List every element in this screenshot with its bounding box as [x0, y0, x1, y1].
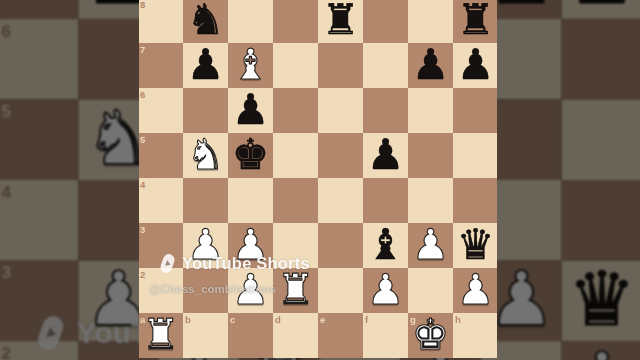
black-pawn-g7: ♟: [412, 42, 450, 87]
square-h4: [453, 178, 497, 223]
square-h8: ♜: [453, 0, 497, 43]
rank-label-5: 5: [140, 135, 145, 145]
white-knight-b5: ♞: [187, 132, 225, 177]
square-f1: f: [363, 313, 408, 358]
square-e4: [318, 178, 363, 223]
square-e1: e: [318, 313, 363, 358]
black-pawn-h7: ♟: [457, 42, 495, 87]
square-a7: 7: [139, 43, 183, 88]
square-a8: 8: [139, 0, 183, 43]
square-h2: ♟: [453, 268, 497, 313]
black-pawn-c6: ♟: [232, 87, 270, 132]
square-g2: [408, 268, 453, 313]
rank-label-4: 4: [140, 180, 145, 190]
square-b7: ♟: [183, 43, 228, 88]
black-bishop-f3: ♝: [367, 222, 405, 267]
square-b6: [183, 88, 228, 133]
square-h4: [562, 180, 640, 261]
video-board-frame: 8♞♜♜7♟♝♟♟6♟5♞♚♟43♟♟♝♟♛2♟♜♟♟a♜bcdefg♚h Yo…: [139, 0, 497, 358]
channel-handle: @Chess_combinations: [149, 283, 276, 295]
square-g7: ♟: [408, 43, 453, 88]
square-h7: ♟: [453, 43, 497, 88]
square-c4: [228, 178, 273, 223]
black-rook-h8: ♜: [457, 0, 495, 42]
square-e6: [318, 88, 363, 133]
square-e5: [318, 133, 363, 178]
square-a6: 6: [139, 88, 183, 133]
rank-label-3: 3: [140, 225, 145, 235]
rank-label-5: 5: [1, 103, 10, 120]
square-h5: [562, 99, 640, 180]
square-g1: g♚: [408, 313, 453, 358]
file-label-h: h: [455, 315, 461, 325]
square-f2: ♟: [363, 268, 408, 313]
rank-label-2: 2: [1, 345, 10, 360]
white-pawn-f2: ♟: [367, 267, 405, 312]
square-d1: d: [273, 313, 318, 358]
square-b1: b: [183, 313, 228, 358]
rank-label-7: 7: [140, 45, 145, 55]
file-label-b: b: [185, 315, 191, 325]
square-d4: [273, 178, 318, 223]
rank-label-8: 8: [140, 0, 145, 10]
square-c6: ♟: [228, 88, 273, 133]
black-queen-h3: ♛: [568, 259, 635, 340]
square-b8: ♞: [183, 0, 228, 43]
square-a4: 4: [0, 180, 78, 261]
square-g3: ♟: [408, 223, 453, 268]
square-g8: [408, 0, 453, 43]
square-h1: h: [453, 313, 497, 358]
square-f3: ♝: [363, 223, 408, 268]
youtube-shorts-icon: [157, 251, 178, 276]
square-h2: ♟: [562, 341, 640, 360]
square-f4: [363, 178, 408, 223]
square-a1: a♜: [139, 313, 183, 358]
video-player[interactable]: 8♞♜♜7♟♝♟♟6♟5♞♚♟43♟♟♝♟♛2♟♜♟♟a♜bcdefg♚h Yo…: [139, 0, 497, 360]
square-h6: [453, 88, 497, 133]
square-c8: [228, 0, 273, 43]
rank-label-6: 6: [140, 90, 145, 100]
black-pawn-b7: ♟: [187, 42, 225, 87]
square-b4: [183, 178, 228, 223]
file-label-f: f: [365, 315, 368, 325]
white-pawn-h2: ♟: [457, 267, 495, 312]
square-c5: ♚: [228, 133, 273, 178]
rank-label-3: 3: [1, 264, 10, 281]
square-a4: 4: [139, 178, 183, 223]
white-bishop-c7: ♝: [232, 42, 270, 87]
square-f8: [363, 0, 408, 43]
youtube-shorts-icon: [32, 311, 70, 356]
square-f5: ♟: [363, 133, 408, 178]
square-h5: [453, 133, 497, 178]
square-d8: [273, 0, 318, 43]
square-a6: 6: [0, 19, 78, 100]
file-label-c: c: [230, 315, 235, 325]
square-d5: [273, 133, 318, 178]
black-pawn-h7: ♟: [568, 0, 635, 17]
square-e3: [318, 223, 363, 268]
white-pawn-h2: ♟: [568, 339, 635, 360]
file-label-d: d: [275, 315, 281, 325]
black-king-c5: ♚: [232, 132, 270, 177]
square-a5: 5: [0, 99, 78, 180]
white-pawn-g3: ♟: [412, 222, 450, 267]
black-knight-b8: ♞: [187, 0, 225, 42]
chess-board: 8♞♜♜7♟♝♟♟6♟5♞♚♟43♟♟♝♟♛2♟♜♟♟a♜bcdefg♚h: [139, 0, 497, 358]
square-f6: [363, 88, 408, 133]
square-h6: [562, 19, 640, 100]
black-pawn-f5: ♟: [367, 132, 405, 177]
square-h3: ♛: [562, 261, 640, 342]
rank-label-6: 6: [1, 22, 10, 39]
square-e8: ♜: [318, 0, 363, 43]
white-pawn-g3: ♟: [488, 259, 555, 340]
square-h7: ♟: [562, 0, 640, 19]
white-king-g1: ♚: [412, 312, 450, 357]
square-g4: [408, 178, 453, 223]
square-a7: 7: [0, 0, 78, 19]
screenshot-canvas: 8♞♜♜7♟♝♟♟6♟5♞♚♟43♟♟♝♟♛2♟♜♟♟a♜bcdefg♚h Yo…: [0, 0, 640, 360]
black-rook-e8: ♜: [322, 0, 360, 42]
rank-label-2: 2: [140, 270, 145, 280]
square-g6: [408, 88, 453, 133]
white-rook-a1: ♜: [142, 312, 180, 357]
rank-label-4: 4: [1, 184, 10, 201]
youtube-shorts-watermark: YouTube Shorts: [157, 251, 310, 276]
square-e2: [318, 268, 363, 313]
square-f7: [363, 43, 408, 88]
square-c1: c: [228, 313, 273, 358]
black-pawn-g7: ♟: [488, 0, 555, 17]
square-c7: ♝: [228, 43, 273, 88]
file-label-e: e: [320, 315, 325, 325]
square-d6: [273, 88, 318, 133]
shorts-watermark-label: YouTube Shorts: [182, 254, 310, 273]
square-a5: 5: [139, 133, 183, 178]
black-queen-h3: ♛: [457, 222, 495, 267]
square-d7: [273, 43, 318, 88]
square-b5: ♞: [183, 133, 228, 178]
square-g5: [408, 133, 453, 178]
square-h3: ♛: [453, 223, 497, 268]
square-e7: [318, 43, 363, 88]
